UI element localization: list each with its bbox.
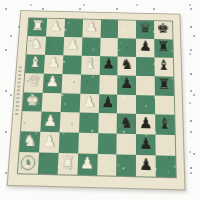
square-a8: ♚ [154,21,172,39]
square-d1: ♛ [24,73,44,93]
square-b3: ♟ [63,37,82,56]
square-h4: ♟ [77,154,97,176]
square-d2: ♟ [43,73,63,93]
square-g6 [117,134,136,155]
square-b1: ♞ [27,36,46,55]
square-c8: ♝ [155,57,174,76]
square-c2: ♟ [44,55,63,74]
white-pawn: ♟ [85,20,98,34]
chess-board: ♜♟♟♛♚♞♟♟♜♝♟♝♟♞♝♛♟♟♜♚♟♟♟♞♟♝♞♟♟♞♜♟♟ [7,10,186,190]
white-rook: ♜ [60,154,75,170]
square-f7: ♟ [136,114,155,135]
square-c1: ♝ [25,54,45,73]
square-f6: ♞ [117,114,136,135]
chess-board-grid: ♜♟♟♛♚♞♟♟♜♝♟♝♟♞♝♛♟♟♜♚♟♟♟♞♟♝♞♟♟♞♜♟♟ [18,18,176,177]
square-c5: ♟ [99,56,118,75]
square-g4 [78,133,98,154]
square-h1: ♞ [18,152,39,174]
square-g7: ♟ [136,134,155,155]
square-e2 [41,92,61,112]
square-f3 [59,112,79,133]
square-d5 [99,75,118,95]
black-queen: ♛ [139,22,152,36]
white-pawn: ♟ [66,38,80,52]
square-e3 [60,93,80,113]
black-king: ♚ [157,22,170,36]
white-king: ♚ [25,93,39,108]
black-pawn: ♟ [139,156,153,172]
square-e4: ♟ [79,93,98,113]
square-c4: ♝ [81,55,100,74]
square-h8 [156,156,176,178]
white-bishop: ♝ [28,55,42,69]
square-e8 [155,95,174,115]
black-rook: ♜ [157,40,170,54]
square-b2 [45,36,64,55]
square-a5 [100,20,118,38]
square-h5 [97,154,117,176]
square-b4 [81,37,100,56]
square-c3 [62,55,81,74]
black-rook: ♜ [157,77,171,92]
square-e1: ♚ [22,92,42,112]
square-a6 [118,20,136,38]
square-g3 [58,132,78,153]
white-pawn: ♟ [42,133,57,149]
white-pawn: ♟ [82,94,96,109]
black-pawn: ♟ [101,95,115,110]
square-g8 [155,135,175,156]
white-knight: ♞ [23,133,38,149]
white-rook: ♜ [31,19,45,33]
square-g5 [97,133,117,154]
black-pawn: ♟ [139,135,153,151]
white-bishop: ♝ [83,56,97,70]
square-h6 [116,155,136,177]
square-f1 [21,111,41,132]
square-h7: ♟ [136,155,156,177]
black-knight: ♞ [120,115,134,130]
white-pawn: ♟ [47,56,61,70]
black-pawn: ♟ [139,39,152,53]
square-d4 [80,74,99,94]
square-d6: ♟ [118,75,137,95]
square-f5 [98,113,117,134]
board-maker-logo-icon: ♞ [21,155,36,170]
square-d7 [136,75,155,95]
square-d8: ♜ [155,76,174,96]
black-bishop: ♝ [158,116,172,132]
square-e6 [117,94,136,114]
square-h2 [38,153,59,175]
square-f8: ♝ [155,115,174,136]
square-e5: ♟ [98,94,117,114]
chessboard-photo: ♜♟♟♛♚♞♟♟♜♝♟♝♟♞♝♛♟♟♜♚♟♟♟♞♟♝♞♟♟♞♜♟♟ [0,0,200,200]
square-a3 [64,19,83,37]
square-f2: ♟ [40,112,60,133]
white-pawn: ♟ [45,74,59,89]
square-a1: ♜ [28,18,47,36]
square-a7: ♛ [136,21,154,39]
square-h3: ♜ [57,153,77,175]
square-f4 [79,113,99,134]
square-d3 [61,74,80,94]
black-pawn: ♟ [139,115,153,131]
black-pawn: ♟ [120,76,133,91]
white-pawn: ♟ [49,20,63,34]
black-pawn: ♟ [102,57,115,71]
square-c7 [136,57,155,76]
white-pawn: ♟ [43,113,57,128]
square-b7: ♟ [136,39,154,58]
square-b8: ♜ [154,39,173,58]
white-pawn: ♟ [80,155,94,171]
board-edge-print [15,66,22,117]
square-b6 [118,38,136,57]
square-a4: ♟ [82,19,101,37]
square-e7 [136,95,155,115]
square-b5 [100,38,119,57]
square-a2: ♟ [46,19,65,37]
white-queen: ♛ [27,74,41,89]
black-bishop: ♝ [157,58,170,72]
square-c6: ♞ [118,56,137,75]
black-knight: ♞ [120,57,133,71]
white-knight: ♞ [29,37,43,51]
square-g1: ♞ [19,132,40,153]
square-g2: ♟ [39,132,59,153]
